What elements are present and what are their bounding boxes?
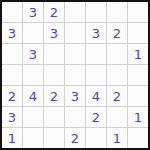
cell-r4c2-empty[interactable]: [23, 65, 43, 85]
cell-r3c7-clue: 1: [128, 44, 148, 64]
cell-r6c5-clue: 2: [86, 107, 106, 127]
cell-r1c1-empty[interactable]: [2, 2, 22, 22]
cell-r4c1-empty[interactable]: [2, 65, 22, 85]
cell-r4c5-empty[interactable]: [86, 65, 106, 85]
cell-r5c4-clue: 3: [65, 86, 85, 106]
cell-r5c3-clue: 2: [44, 86, 64, 106]
cell-r6c3-empty[interactable]: [44, 107, 64, 127]
cell-r2c3-clue: 3: [44, 23, 64, 43]
cell-r6c1-clue: 3: [2, 107, 22, 127]
cell-r4c3-empty[interactable]: [44, 65, 64, 85]
cell-r2c2-empty[interactable]: [23, 23, 43, 43]
cell-r7c7-empty[interactable]: [128, 128, 148, 148]
cell-r2c6-clue: 2: [107, 23, 127, 43]
cell-r2c1-clue: 3: [2, 23, 22, 43]
cell-r4c7-empty[interactable]: [128, 65, 148, 85]
cell-r1c4-empty[interactable]: [65, 2, 85, 22]
cell-r7c4-clue: 2: [65, 128, 85, 148]
cell-r1c2-clue: 3: [23, 2, 43, 22]
cell-r3c5-empty[interactable]: [86, 44, 106, 64]
cell-r3c2-clue: 3: [23, 44, 43, 64]
cell-r3c3-empty[interactable]: [44, 44, 64, 64]
cell-r3c6-empty[interactable]: [107, 44, 127, 64]
cell-r7c5-empty[interactable]: [86, 128, 106, 148]
cell-r5c7-empty[interactable]: [128, 86, 148, 106]
cell-r6c4-empty[interactable]: [65, 107, 85, 127]
cell-r2c4-empty[interactable]: [65, 23, 85, 43]
cell-r2c7-empty[interactable]: [128, 23, 148, 43]
cell-r1c3-clue: 2: [44, 2, 64, 22]
cell-r7c3-empty[interactable]: [44, 128, 64, 148]
cell-r1c5-empty[interactable]: [86, 2, 106, 22]
cell-r3c4-empty[interactable]: [65, 44, 85, 64]
cell-r7c1-clue: 1: [2, 128, 22, 148]
cell-r3c1-empty[interactable]: [2, 44, 22, 64]
cell-r1c6-empty[interactable]: [107, 2, 127, 22]
cell-r7c6-clue: 1: [107, 128, 127, 148]
cell-r1c7-empty[interactable]: [128, 2, 148, 22]
cell-r4c6-empty[interactable]: [107, 65, 127, 85]
cell-r6c6-empty[interactable]: [107, 107, 127, 127]
cell-r5c2-clue: 4: [23, 86, 43, 106]
cell-r4c4-empty[interactable]: [65, 65, 85, 85]
cell-r7c2-empty[interactable]: [23, 128, 43, 148]
cell-r5c5-clue: 4: [86, 86, 106, 106]
cell-r2c5-clue: 3: [86, 23, 106, 43]
cell-r5c6-clue: 2: [107, 86, 127, 106]
cell-r5c1-clue: 2: [2, 86, 22, 106]
cell-r6c2-empty[interactable]: [23, 107, 43, 127]
puzzle-board: 32333231242342321121: [0, 0, 150, 150]
cell-r6c7-clue: 1: [128, 107, 148, 127]
